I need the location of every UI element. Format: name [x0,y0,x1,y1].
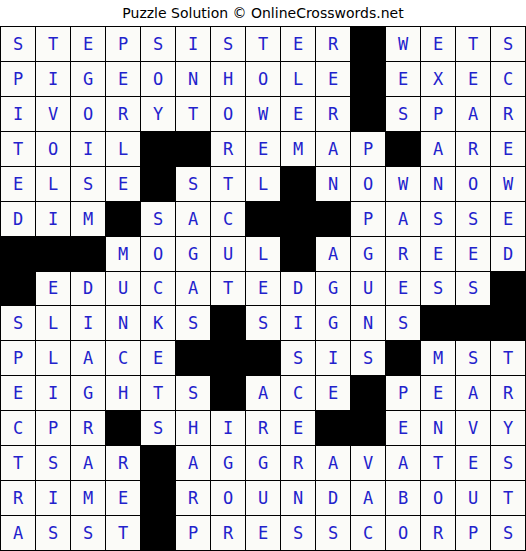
block-cell-r9c7 [211,306,245,340]
grid-cell-r14c11[interactable]: A [351,481,385,515]
grid-cell-r11c10[interactable]: E [316,376,350,410]
grid-cell-r3c3[interactable]: O [71,97,105,131]
grid-cell-r8c14[interactable]: S [456,272,490,306]
grid-cell-r5c11[interactable]: O [351,167,385,201]
grid-cell-r1c7[interactable]: S [211,27,245,61]
block-cell-r9c15 [491,306,525,340]
grid-cell-r5c14[interactable]: O [456,167,490,201]
grid-cell-r15c3[interactable]: S [71,516,105,550]
grid-cell-r14c1[interactable]: R [1,481,35,515]
grid-cell-r8c13[interactable]: S [421,272,455,306]
block-cell-r10c7 [211,341,245,375]
block-cell-r8c1 [1,272,35,306]
grid-cell-r4c8[interactable]: E [246,132,280,166]
grid-cell-r13c3[interactable]: A [71,446,105,480]
block-cell-r13c5 [141,446,175,480]
grid-cell-r5c1[interactable]: E [1,167,35,201]
grid-cell-r12c14[interactable]: V [456,411,490,445]
grid-cell-r1c15[interactable]: S [491,27,525,61]
block-cell-r7c3 [71,237,105,271]
grid-cell-r7c12[interactable]: R [386,237,420,271]
grid-cell-r6c1[interactable]: D [1,202,35,236]
grid-cell-r2c5[interactable]: O [141,62,175,96]
grid-cell-r4c9[interactable]: M [281,132,315,166]
grid-cell-r14c10[interactable]: D [316,481,350,515]
grid-cell-r8c2[interactable]: E [36,272,70,306]
grid-cell-r4c3[interactable]: I [71,132,105,166]
grid-cell-r5c12[interactable]: W [386,167,420,201]
grid-cell-r13c2[interactable]: S [36,446,70,480]
grid-cell-r14c14[interactable]: U [456,481,490,515]
block-cell-r12c11 [351,411,385,445]
grid-cell-r15c8[interactable]: E [246,516,280,550]
block-cell-r12c10 [316,411,350,445]
grid-cell-r8c7[interactable]: T [211,272,245,306]
grid-cell-r6c12[interactable]: A [386,202,420,236]
block-cell-r6c10 [316,202,350,236]
grid-cell-r2c15[interactable]: C [491,62,525,96]
grid-cell-r10c9[interactable]: S [281,341,315,375]
grid-cell-r4c13[interactable]: A [421,132,455,166]
grid-cell-r14c8[interactable]: U [246,481,280,515]
grid-cell-r9c2[interactable]: L [36,306,70,340]
grid-cell-r14c7[interactable]: O [211,481,245,515]
grid-cell-r5c2[interactable]: L [36,167,70,201]
grid-cell-r7c13[interactable]: E [421,237,455,271]
grid-cell-r14c2[interactable]: I [36,481,70,515]
grid-cell-r2c1[interactable]: P [1,62,35,96]
grid-cell-r7c5[interactable]: O [141,237,175,271]
grid-cell-r8c5[interactable]: C [141,272,175,306]
grid-cell-r10c5[interactable]: E [141,341,175,375]
grid-cell-r3c7[interactable]: O [211,97,245,131]
grid-cell-r11c2[interactable]: I [36,376,70,410]
grid-cell-r14c4[interactable]: E [106,481,140,515]
grid-cell-r5c8[interactable]: L [246,167,280,201]
grid-cell-r13c7[interactable]: G [211,446,245,480]
crossword-grid: STEPSISTERWETSPIGEONHOLEEXECIVORYTOWERSP… [0,26,526,551]
block-cell-r10c6 [176,341,210,375]
grid-cell-r1c14[interactable]: T [456,27,490,61]
grid-cell-r12c13[interactable]: N [421,411,455,445]
grid-cell-r13c11[interactable]: V [351,446,385,480]
block-cell-r11c7 [211,376,245,410]
grid-cell-r13c10[interactable]: A [316,446,350,480]
grid-cell-r13c8[interactable]: G [246,446,280,480]
grid-cell-r3c4[interactable]: R [106,97,140,131]
grid-cell-r15c9[interactable]: S [281,516,315,550]
block-cell-r6c4 [106,202,140,236]
grid-cell-r15c4[interactable]: T [106,516,140,550]
grid-cell-r5c15[interactable]: W [491,167,525,201]
grid-cell-r13c9[interactable]: R [281,446,315,480]
grid-cell-r5c3[interactable]: S [71,167,105,201]
grid-cell-r12c15[interactable]: Y [491,411,525,445]
grid-cell-r11c3[interactable]: G [71,376,105,410]
grid-cell-r2c13[interactable]: X [421,62,455,96]
grid-cell-r10c4[interactable]: C [106,341,140,375]
grid-cell-r9c1[interactable]: S [1,306,35,340]
grid-cell-r5c10[interactable]: N [316,167,350,201]
block-cell-r11c11 [351,376,385,410]
grid-cell-r8c9[interactable]: D [281,272,315,306]
block-cell-r7c9 [281,237,315,271]
block-cell-r4c6 [176,132,210,166]
grid-cell-r1c4[interactable]: P [106,27,140,61]
grid-cell-r2c3[interactable]: G [71,62,105,96]
grid-cell-r12c12[interactable]: E [386,411,420,445]
grid-cell-r3c10[interactable]: R [316,97,350,131]
grid-cell-r1c5[interactable]: S [141,27,175,61]
grid-cell-r2c4[interactable]: E [106,62,140,96]
grid-cell-r3c2[interactable]: V [36,97,70,131]
grid-cell-r3c15[interactable]: R [491,97,525,131]
grid-cell-r7c15[interactable]: D [491,237,525,271]
grid-cell-r4c4[interactable]: L [106,132,140,166]
grid-cell-r4c2[interactable]: O [36,132,70,166]
grid-cell-r11c8[interactable]: A [246,376,280,410]
grid-cell-r3c1[interactable]: I [1,97,35,131]
grid-cell-r9c11[interactable]: N [351,306,385,340]
block-cell-r4c5 [141,132,175,166]
grid-cell-r13c12[interactable]: A [386,446,420,480]
grid-cell-r11c14[interactable]: A [456,376,490,410]
grid-cell-r8c8[interactable]: E [246,272,280,306]
grid-cell-r2c14[interactable]: E [456,62,490,96]
grid-cell-r13c4[interactable]: R [106,446,140,480]
grid-cell-r15c1[interactable]: A [1,516,35,550]
grid-cell-r2c7[interactable]: H [211,62,245,96]
grid-cell-r3c14[interactable]: A [456,97,490,131]
grid-cell-r15c12[interactable]: O [386,516,420,550]
block-cell-r5c9 [281,167,315,201]
grid-cell-r6c2[interactable]: I [36,202,70,236]
grid-cell-r2c6[interactable]: N [176,62,210,96]
grid-cell-r2c10[interactable]: E [316,62,350,96]
grid-cell-r6c13[interactable]: S [421,202,455,236]
block-cell-r10c12 [386,341,420,375]
grid-cell-r6c5[interactable]: S [141,202,175,236]
block-cell-r5c5 [141,167,175,201]
grid-cell-r6c6[interactable]: A [176,202,210,236]
grid-cell-r9c8[interactable]: S [246,306,280,340]
grid-cell-r6c15[interactable]: E [491,202,525,236]
grid-cell-r15c2[interactable]: S [36,516,70,550]
grid-cell-r7c11[interactable]: G [351,237,385,271]
grid-cell-r1c2[interactable]: T [36,27,70,61]
grid-cell-r15c7[interactable]: R [211,516,245,550]
grid-cell-r12c7[interactable]: I [211,411,245,445]
block-cell-r7c2 [36,237,70,271]
grid-cell-r12c9[interactable]: E [281,411,315,445]
grid-cell-r2c9[interactable]: L [281,62,315,96]
grid-cell-r11c4[interactable]: H [106,376,140,410]
grid-cell-r11c13[interactable]: E [421,376,455,410]
grid-cell-r1c8[interactable]: T [246,27,280,61]
grid-cell-r9c9[interactable]: I [281,306,315,340]
grid-cell-r7c8[interactable]: L [246,237,280,271]
crossword-solution-page: Puzzle Solution © OnlineCrosswords.net S… [0,0,526,551]
grid-cell-r5c6[interactable]: S [176,167,210,201]
grid-cell-r14c13[interactable]: O [421,481,455,515]
grid-cell-r9c12[interactable]: S [386,306,420,340]
grid-cell-r15c10[interactable]: S [316,516,350,550]
grid-cell-r7c10[interactable]: A [316,237,350,271]
grid-cell-r10c13[interactable]: M [421,341,455,375]
block-cell-r6c8 [246,202,280,236]
block-cell-r9c13 [421,306,455,340]
block-cell-r14c5 [141,481,175,515]
grid-cell-r11c5[interactable]: T [141,376,175,410]
grid-cell-r15c14[interactable]: P [456,516,490,550]
grid-cell-r5c13[interactable]: N [421,167,455,201]
grid-cell-r14c6[interactable]: R [176,481,210,515]
grid-cell-r4c11[interactable]: P [351,132,385,166]
grid-cell-r7c4[interactable]: M [106,237,140,271]
grid-cell-r9c10[interactable]: G [316,306,350,340]
grid-cell-r6c14[interactable]: S [456,202,490,236]
grid-cell-r8c11[interactable]: U [351,272,385,306]
grid-cell-r10c10[interactable]: I [316,341,350,375]
grid-cell-r4c10[interactable]: A [316,132,350,166]
grid-cell-r13c14[interactable]: E [456,446,490,480]
grid-cell-r9c5[interactable]: K [141,306,175,340]
page-title: Puzzle Solution © OnlineCrosswords.net [0,0,526,26]
grid-cell-r3c6[interactable]: T [176,97,210,131]
grid-cell-r10c11[interactable]: S [351,341,385,375]
grid-cell-r8c10[interactable]: G [316,272,350,306]
grid-cell-r1c12[interactable]: W [386,27,420,61]
grid-cell-r13c15[interactable]: S [491,446,525,480]
block-cell-r6c9 [281,202,315,236]
grid-cell-r11c1[interactable]: E [1,376,35,410]
grid-cell-r10c2[interactable]: L [36,341,70,375]
block-cell-r4c12 [386,132,420,166]
grid-cell-r1c9[interactable]: E [281,27,315,61]
block-cell-r9c14 [456,306,490,340]
grid-cell-r8c6[interactable]: A [176,272,210,306]
grid-cell-r9c6[interactable]: S [176,306,210,340]
grid-cell-r8c3[interactable]: D [71,272,105,306]
block-cell-r10c8 [246,341,280,375]
grid-cell-r4c1[interactable]: T [1,132,35,166]
grid-cell-r14c3[interactable]: M [71,481,105,515]
grid-cell-r11c12[interactable]: P [386,376,420,410]
grid-cell-r14c15[interactable]: T [491,481,525,515]
grid-cell-r1c1[interactable]: S [1,27,35,61]
grid-cell-r2c12[interactable]: E [386,62,420,96]
grid-cell-r7c6[interactable]: G [176,237,210,271]
grid-cell-r14c9[interactable]: N [281,481,315,515]
grid-cell-r12c1[interactable]: C [1,411,35,445]
grid-cell-r4c15[interactable]: E [491,132,525,166]
grid-cell-r6c11[interactable]: P [351,202,385,236]
grid-cell-r12c3[interactable]: R [71,411,105,445]
grid-cell-r13c1[interactable]: T [1,446,35,480]
grid-cell-r8c4[interactable]: U [106,272,140,306]
block-cell-r7c1 [1,237,35,271]
grid-cell-r12c8[interactable]: R [246,411,280,445]
grid-cell-r5c7[interactable]: T [211,167,245,201]
block-cell-r1c11 [351,27,385,61]
grid-cell-r9c4[interactable]: N [106,306,140,340]
grid-cell-r11c15[interactable]: R [491,376,525,410]
grid-cell-r6c3[interactable]: M [71,202,105,236]
grid-cell-r13c13[interactable]: T [421,446,455,480]
grid-cell-r14c12[interactable]: B [386,481,420,515]
grid-cell-r1c13[interactable]: E [421,27,455,61]
grid-cell-r8c12[interactable]: E [386,272,420,306]
grid-cell-r10c14[interactable]: S [456,341,490,375]
grid-cell-r1c6[interactable]: I [176,27,210,61]
grid-cell-r15c15[interactable]: S [491,516,525,550]
grid-cell-r3c5[interactable]: Y [141,97,175,131]
grid-cell-r15c13[interactable]: R [421,516,455,550]
block-cell-r2c11 [351,62,385,96]
grid-cell-r11c6[interactable]: S [176,376,210,410]
grid-cell-r3c9[interactable]: E [281,97,315,131]
grid-cell-r11c9[interactable]: C [281,376,315,410]
grid-cell-r2c2[interactable]: I [36,62,70,96]
grid-cell-r15c11[interactable]: C [351,516,385,550]
grid-cell-r5c4[interactable]: E [106,167,140,201]
grid-cell-r4c14[interactable]: R [456,132,490,166]
grid-cell-r7c7[interactable]: U [211,237,245,271]
grid-cell-r13c6[interactable]: A [176,446,210,480]
grid-cell-r9c3[interactable]: I [71,306,105,340]
grid-cell-r1c3[interactable]: E [71,27,105,61]
grid-cell-r3c8[interactable]: W [246,97,280,131]
grid-cell-r10c1[interactable]: P [1,341,35,375]
grid-cell-r10c3[interactable]: A [71,341,105,375]
grid-cell-r12c6[interactable]: H [176,411,210,445]
grid-cell-r2c8[interactable]: O [246,62,280,96]
grid-cell-r7c14[interactable]: E [456,237,490,271]
grid-cell-r3c13[interactable]: P [421,97,455,131]
grid-cell-r12c2[interactable]: P [36,411,70,445]
grid-cell-r15c6[interactable]: P [176,516,210,550]
block-cell-r8c15 [491,272,525,306]
block-cell-r15c5 [141,516,175,550]
grid-cell-r3c12[interactable]: S [386,97,420,131]
grid-cell-r10c15[interactable]: T [491,341,525,375]
grid-cell-r4c7[interactable]: R [211,132,245,166]
grid-cell-r12c5[interactable]: S [141,411,175,445]
grid-cell-r6c7[interactable]: C [211,202,245,236]
block-cell-r12c4 [106,411,140,445]
block-cell-r3c11 [351,97,385,131]
grid-cell-r1c10[interactable]: R [316,27,350,61]
